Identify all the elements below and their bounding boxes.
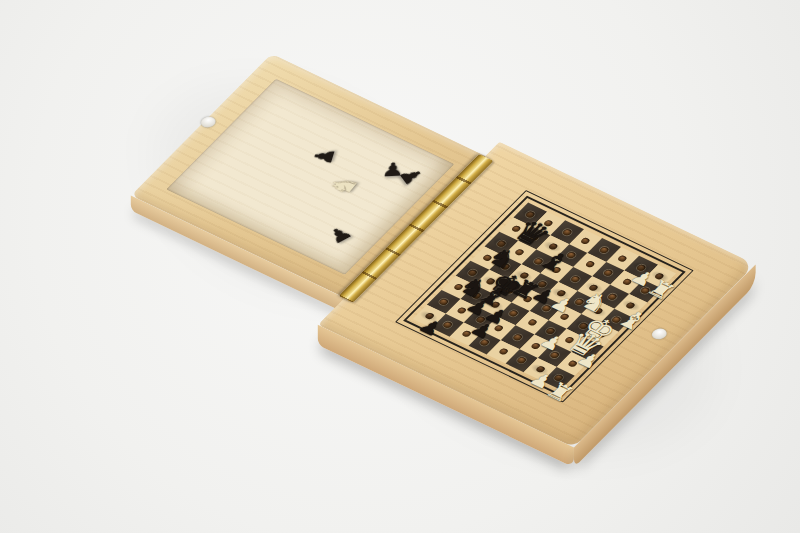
peg-hole <box>516 356 527 364</box>
peg-hole <box>617 255 628 263</box>
peg-hole <box>498 348 509 356</box>
peg-hole <box>562 228 573 236</box>
peg-hole <box>570 275 581 283</box>
peg-hole <box>512 333 523 341</box>
peg-hole <box>438 298 449 306</box>
peg-hole <box>599 246 610 254</box>
lid-piece-bP[interactable]: ♟ <box>310 147 340 165</box>
peg-hole <box>603 269 614 277</box>
photo-stage: ♟♟♟♞♟ ♛♟♜♝♞♞♝♚♜♟♟♚♞♝♛♟♟♟♟♟♟♟♜ <box>0 0 800 533</box>
peg-hole <box>584 260 595 268</box>
peg-hole <box>526 318 537 326</box>
peg-hole <box>580 237 591 245</box>
